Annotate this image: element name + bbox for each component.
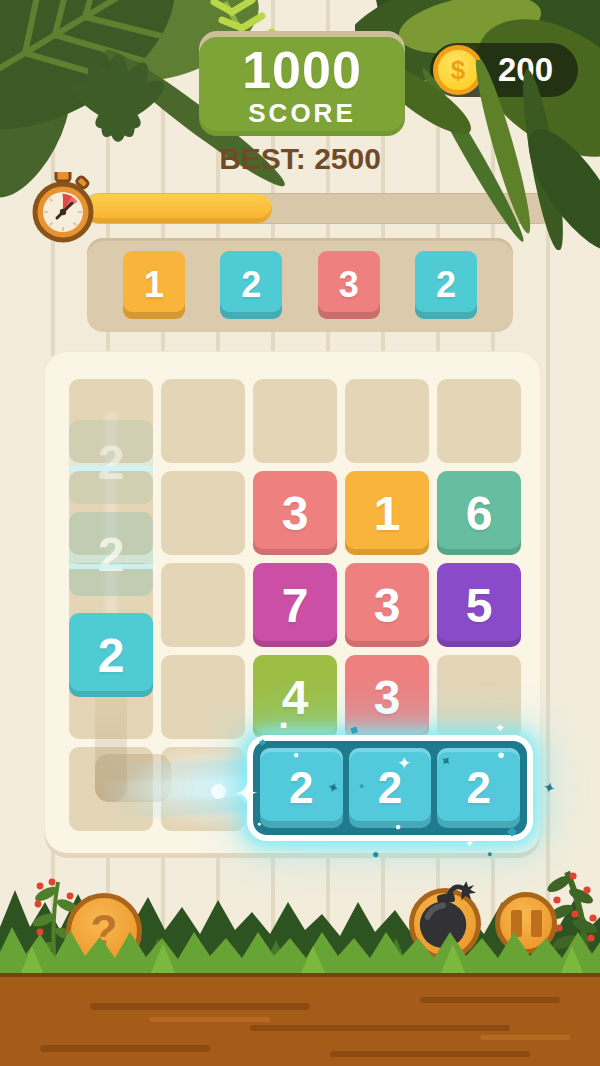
wood-floor (0, 973, 600, 1066)
board-tile[interactable]: 3 (345, 563, 429, 647)
cell-r1c3[interactable]: 1 (345, 471, 429, 555)
falling-tile[interactable]: 2 (69, 613, 153, 697)
stopwatch-icon (27, 172, 99, 244)
board-tile[interactable]: 6 (437, 471, 521, 555)
cell-r0c2[interactable] (253, 379, 337, 463)
cell-r2c4[interactable]: 5 (437, 563, 521, 647)
tray-tile-0[interactable]: 1 (123, 251, 185, 319)
cell-r3c4[interactable] (437, 655, 521, 739)
cell-r1c2[interactable]: 3 (253, 471, 337, 555)
cell-r3c1[interactable] (161, 655, 245, 739)
board-tile[interactable]: 5 (437, 563, 521, 647)
board-panel: 31673543 2 2 2 ✦ 222 ✦●●✦✦●●✦●◆✦◆◆◆✦●✦● (45, 352, 540, 853)
tray-tile-2[interactable]: 3 (318, 251, 380, 319)
ghost-afterimage-line (69, 564, 153, 569)
best-score: BEST: 2500 (0, 142, 600, 176)
cell-r1c1[interactable] (161, 471, 245, 555)
combo-tile-1: 2 (349, 748, 432, 828)
score-panel: 1000 SCORE (199, 37, 405, 136)
cell-r1c4[interactable]: 6 (437, 471, 521, 555)
ghost-afterimage-line (69, 466, 153, 471)
tray-tile-1[interactable]: 2 (220, 251, 282, 319)
cell-r0c4[interactable] (437, 379, 521, 463)
score-value: 1000 (242, 44, 362, 96)
combo-tile-0: 2 (260, 748, 343, 828)
board-tile[interactable]: 7 (253, 563, 337, 647)
board-tile[interactable]: 4 (253, 655, 337, 739)
falling-tile-ghost-2: 2 (69, 512, 153, 596)
cell-r2c2[interactable]: 7 (253, 563, 337, 647)
tray-tile-3[interactable]: 2 (415, 251, 477, 319)
board-tile[interactable]: 3 (345, 655, 429, 739)
sparkle-dot-icon: ● (487, 850, 492, 859)
board-tile[interactable]: 1 (345, 471, 429, 555)
sparkle-star-icon: ✦ (541, 779, 557, 797)
cell-r2c3[interactable]: 3 (345, 563, 429, 647)
falling-tile-ghost-1: 2 (69, 420, 153, 504)
cell-r0c3[interactable] (345, 379, 429, 463)
cell-r2c1[interactable] (161, 563, 245, 647)
swipe-particle-dot (211, 784, 226, 799)
piece-tray: 1232 (87, 238, 513, 332)
game-screen: $ 200 1000 SCORE BEST: 2500 (0, 0, 600, 1066)
grass-front (0, 912, 600, 975)
merge-combo-highlight: 222 (247, 735, 533, 841)
cell-r3c3[interactable]: 3 (345, 655, 429, 739)
cell-r0c1[interactable] (161, 379, 245, 463)
score-label: SCORE (248, 98, 355, 129)
board-tile[interactable]: 3 (253, 471, 337, 555)
cell-r3c2[interactable]: 4 (253, 655, 337, 739)
combo-tile-2: 2 (437, 748, 520, 828)
